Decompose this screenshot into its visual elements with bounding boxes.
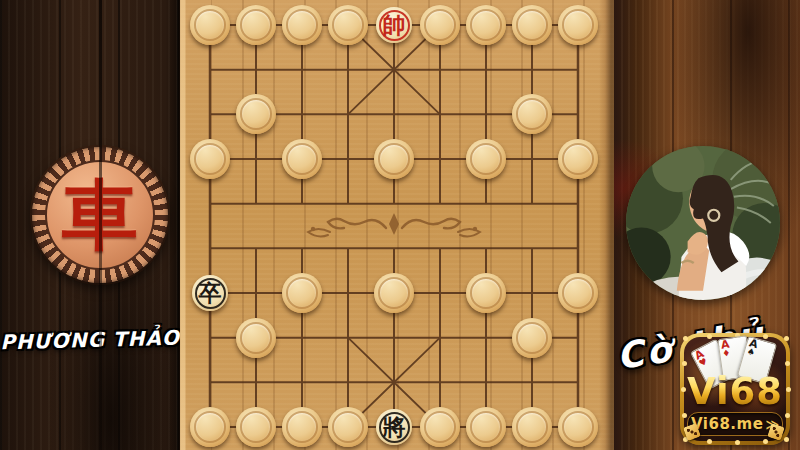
piece-facedown[interactable] xyxy=(420,5,460,45)
piece-facedown[interactable] xyxy=(558,273,598,313)
logo-brand-text: Vi68 xyxy=(680,373,790,410)
piece-facedown[interactable] xyxy=(420,407,460,447)
piece-facedown[interactable] xyxy=(558,139,598,179)
piece-facedown[interactable] xyxy=(190,139,230,179)
piece-character: 將 xyxy=(376,409,412,445)
piece-facedown[interactable] xyxy=(374,139,414,179)
piece-facedown[interactable] xyxy=(558,407,598,447)
piece-facedown[interactable] xyxy=(512,318,552,358)
xiangqi-board: 帥卒將 xyxy=(180,0,614,450)
piece-facedown[interactable] xyxy=(558,5,598,45)
right-side-panel: Cờ thủ A♥ A♦ A♠ Vi68 Vi68.me ≫ xyxy=(614,0,800,450)
piece-black-general[interactable]: 將 xyxy=(376,409,412,445)
piece-facedown[interactable] xyxy=(236,407,276,447)
piece-facedown[interactable] xyxy=(282,273,322,313)
avatar-portrait xyxy=(626,146,780,300)
piece-facedown[interactable] xyxy=(236,5,276,45)
vi68-logo: A♥ A♦ A♠ Vi68 Vi68.me ≫ xyxy=(680,333,790,445)
player-name-label: PHƯƠNG THẢO xyxy=(0,326,180,355)
piece-facedown[interactable] xyxy=(512,94,552,134)
piece-facedown[interactable] xyxy=(282,139,322,179)
piece-facedown[interactable] xyxy=(374,273,414,313)
thumbnail-stage: 車 PHƯƠNG THẢO xyxy=(0,0,800,450)
piece-red-general[interactable]: 帥 xyxy=(376,7,412,43)
medallion-face: 車 xyxy=(45,160,155,270)
piece-facedown[interactable] xyxy=(190,5,230,45)
pieces-layer: 帥卒將 xyxy=(180,0,614,450)
piece-facedown[interactable] xyxy=(466,273,506,313)
piece-facedown[interactable] xyxy=(328,407,368,447)
piece-black-soldier[interactable]: 卒 xyxy=(192,275,228,311)
piece-facedown[interactable] xyxy=(282,407,322,447)
player-avatar-photo xyxy=(626,146,780,300)
red-chariot-medallion: 車 xyxy=(32,147,168,283)
piece-facedown[interactable] xyxy=(236,318,276,358)
piece-facedown[interactable] xyxy=(328,5,368,45)
piece-facedown[interactable] xyxy=(236,94,276,134)
chariot-character-icon: 車 xyxy=(62,177,138,253)
piece-facedown[interactable] xyxy=(282,5,322,45)
piece-facedown[interactable] xyxy=(466,139,506,179)
piece-facedown[interactable] xyxy=(512,407,552,447)
left-player-panel: 車 PHƯƠNG THẢO xyxy=(0,0,180,450)
piece-character: 卒 xyxy=(192,275,228,311)
piece-character: 帥 xyxy=(376,7,412,43)
piece-facedown[interactable] xyxy=(466,407,506,447)
piece-facedown[interactable] xyxy=(512,5,552,45)
piece-facedown[interactable] xyxy=(466,5,506,45)
piece-facedown[interactable] xyxy=(190,407,230,447)
